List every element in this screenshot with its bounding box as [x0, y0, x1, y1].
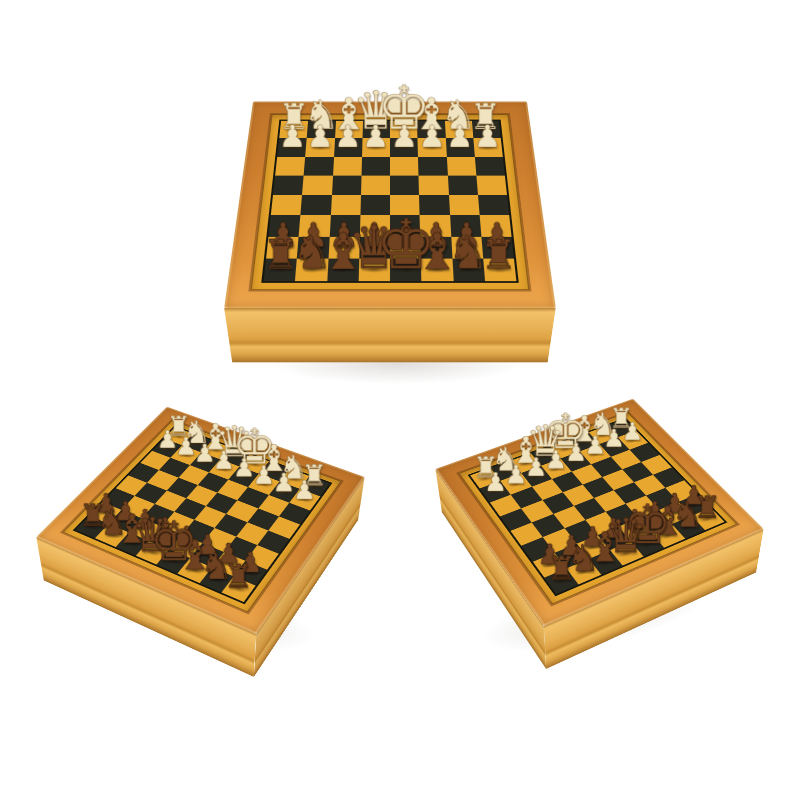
square: [332, 175, 362, 195]
chess-set-front-right: ♜♞♝♛♚♝♞♜♟♟♟♟♟♟♟♟♟♟♟♟♟♟♟♟♜♞♝♛♚♝♞♜: [474, 378, 714, 618]
wooden-box: ♜♞♝♛♚♝♞♜♟♟♟♟♟♟♟♟♟♟♟♟♟♟♟♟♜♞♝♛♚♝♞♜: [36, 407, 364, 634]
square: [418, 138, 447, 156]
chess-set-front-left: ♜♞♝♛♚♝♞♜♟♟♟♟♟♟♟♟♟♟♟♟♟♟♟♟♜♞♝♛♚♝♞♜: [86, 386, 326, 626]
square: [447, 175, 477, 195]
square: [362, 138, 390, 156]
square: [334, 138, 363, 156]
square: [335, 121, 363, 139]
square: [473, 138, 503, 156]
square: [277, 138, 307, 156]
square: [445, 138, 474, 156]
product-photo: ♜♞♝♛♚♝♞♜♟♟♟♟♟♟♟♟♟♟♟♟♟♟♟♟♜♞♝♛♚♝♞♜ ♜♞♝♛♚♝♞…: [0, 0, 800, 800]
piece-black-rook: ♜: [481, 235, 517, 276]
wooden-box: ♜♞♝♛♚♝♞♜♟♟♟♟♟♟♟♟♟♟♟♟♟♟♟♟♜♞♝♛♚♝♞♜: [224, 102, 556, 308]
square: [390, 138, 418, 156]
square: [476, 175, 507, 195]
square: [417, 121, 445, 139]
square: [333, 157, 362, 176]
chess-set-back: ♜♞♝♛♚♝♞♜♟♟♟♟♟♟♟♟♟♟♟♟♟♟♟♟♜♞♝♛♚♝♞♜: [240, 45, 540, 345]
square: [472, 121, 501, 139]
box-front-side: [224, 308, 556, 362]
square: [390, 175, 419, 195]
square: [275, 157, 305, 176]
square: [419, 175, 449, 195]
square: [446, 157, 476, 176]
square: [390, 157, 419, 176]
square: [279, 121, 308, 139]
square: [418, 157, 447, 176]
board-frame: ♜♞♝♛♚♝♞♜♟♟♟♟♟♟♟♟♟♟♟♟♟♟♟♟♜♞♝♛♚♝♞♜: [224, 102, 556, 308]
square: [307, 121, 336, 139]
square: [390, 121, 418, 139]
square: [361, 175, 390, 195]
square: [305, 138, 334, 156]
square: [475, 157, 505, 176]
square: [304, 157, 334, 176]
square: [273, 175, 304, 195]
square: [361, 157, 390, 176]
square: [362, 121, 390, 139]
square: [302, 175, 332, 195]
square: [444, 121, 473, 139]
